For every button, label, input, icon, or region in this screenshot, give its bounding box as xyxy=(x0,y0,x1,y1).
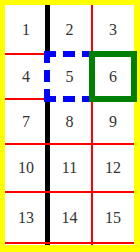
grid-cell-12: 12 xyxy=(92,144,134,192)
grid-cell-3: 3 xyxy=(92,5,134,54)
grid-cell-11: 11 xyxy=(47,144,92,192)
yellow-page-frame: 123456789101112131415 xyxy=(0,0,140,252)
number-grid: 123456789101112131415 xyxy=(5,5,134,243)
grid-cell-9: 9 xyxy=(92,99,134,144)
grid-cell-13: 13 xyxy=(5,192,47,243)
grid-cell-8: 8 xyxy=(47,99,92,144)
grid-cell-15: 15 xyxy=(92,192,134,243)
board: 123456789101112131415 xyxy=(5,5,134,245)
grid-cell-10: 10 xyxy=(5,144,47,192)
grid-cell-2: 2 xyxy=(47,5,92,54)
grid-cell-14: 14 xyxy=(47,192,92,243)
grid-cell-1: 1 xyxy=(5,5,47,54)
grid-cell-6: 6 xyxy=(92,54,134,99)
grid-cell-5: 5 xyxy=(47,54,92,99)
grid-cell-4: 4 xyxy=(5,54,47,99)
grid-cell-7: 7 xyxy=(5,99,47,144)
